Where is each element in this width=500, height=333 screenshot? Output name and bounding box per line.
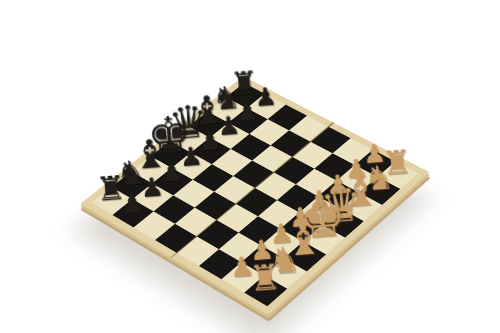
piece-white-rook[interactable]: ♜: [248, 258, 282, 295]
studio-photo-background: ♜♞♝♛♚♝♞♜♟♟♟♟♟♟♟♟♟♟♟♟♟♟♟♟♜♞♝♛♚♝♞♜: [0, 0, 500, 333]
perspective-container: ♜♞♝♛♚♝♞♜♟♟♟♟♟♟♟♟♟♟♟♟♟♟♟♟♜♞♝♛♚♝♞♜: [122, 55, 389, 322]
piece-black-pawn[interactable]: ♟: [119, 189, 144, 217]
chessboard: ♜♞♝♛♚♝♞♜♟♟♟♟♟♟♟♟♟♟♟♟♟♟♟♟♜♞♝♛♚♝♞♜: [80, 76, 429, 315]
